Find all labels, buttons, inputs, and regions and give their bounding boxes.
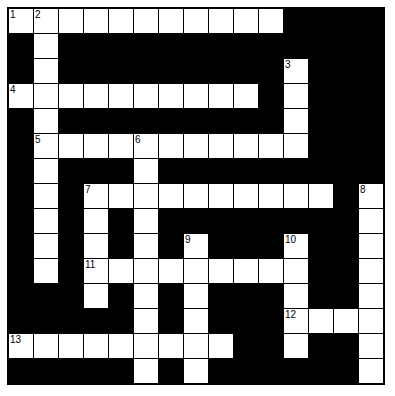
blocked-cell-r13c12	[309, 334, 333, 358]
clue-number-8: 8	[360, 184, 366, 195]
clue-number-12: 12	[285, 309, 296, 320]
blocked-cell-r14c13	[334, 359, 358, 383]
blocked-cell-r12c8	[209, 309, 233, 333]
clue-number-6: 6	[135, 134, 141, 145]
blocked-cell-r8c10	[259, 209, 283, 233]
crossword-cell-r0c3[interactable]	[84, 9, 108, 33]
blocked-cell-r11c1	[34, 284, 58, 308]
blocked-cell-r12c10	[259, 309, 283, 333]
crossword-cell-r12c13[interactable]	[334, 309, 358, 333]
crossword-cell-r9c7[interactable]: 9	[184, 234, 208, 258]
crossword-cell-r7c10[interactable]	[259, 184, 283, 208]
blocked-cell-r8c11	[284, 209, 308, 233]
blocked-cell-r1c3	[84, 34, 108, 58]
clue-number-3: 3	[285, 59, 291, 70]
crossword-cell-r9c14[interactable]	[359, 234, 383, 258]
crossword-cell-r13c7[interactable]	[184, 334, 208, 358]
blocked-cell-r2c4	[109, 59, 133, 83]
blocked-cell-r14c12	[309, 359, 333, 383]
blocked-cell-r11c4	[109, 284, 133, 308]
blocked-cell-r12c3	[84, 309, 108, 333]
blocked-cell-r4c10	[259, 109, 283, 133]
blocked-cell-r1c13	[334, 34, 358, 58]
blocked-cell-r4c7	[184, 109, 208, 133]
crossword-cell-r12c12[interactable]	[309, 309, 333, 333]
blocked-cell-r11c2	[59, 284, 83, 308]
crossword-cell-r0c8[interactable]	[209, 9, 233, 33]
crossword-cell-r3c9[interactable]	[234, 84, 258, 108]
crossword-cell-r13c5[interactable]	[134, 334, 158, 358]
crossword-cell-r3c0[interactable]: 4	[9, 84, 33, 108]
crossword-cell-r12c5[interactable]	[134, 309, 158, 333]
clue-number-4: 4	[10, 84, 16, 95]
crossword-cell-r11c7[interactable]	[184, 284, 208, 308]
blocked-cell-r4c5	[134, 109, 158, 133]
blocked-cell-r4c2	[59, 109, 83, 133]
blocked-cell-r14c3	[84, 359, 108, 383]
blocked-cell-r11c10	[259, 284, 283, 308]
blocked-cell-r11c12	[309, 284, 333, 308]
blocked-cell-r4c9	[234, 109, 258, 133]
blocked-cell-r1c7	[184, 34, 208, 58]
blocked-cell-r14c4	[109, 359, 133, 383]
blocked-cell-r13c10	[259, 334, 283, 358]
crossword-cell-r5c5[interactable]: 6	[134, 134, 158, 158]
blocked-cell-r4c14	[359, 109, 383, 133]
blocked-cell-r7c13	[334, 184, 358, 208]
crossword-cell-r13c4[interactable]	[109, 334, 133, 358]
crossword-cell-r0c10[interactable]	[259, 9, 283, 33]
clue-number-1: 1	[10, 9, 16, 20]
crossword-cell-r11c14[interactable]	[359, 284, 383, 308]
crossword-cell-r12c7[interactable]	[184, 309, 208, 333]
blocked-cell-r5c0	[9, 134, 33, 158]
crossword-cell-r7c9[interactable]	[234, 184, 258, 208]
crossword-cell-r8c5[interactable]	[134, 209, 158, 233]
clue-number-7: 7	[85, 184, 91, 195]
crossword-cell-r10c5[interactable]	[134, 259, 158, 283]
blocked-cell-r1c6	[159, 34, 183, 58]
blocked-cell-r6c6	[159, 159, 183, 183]
crossword-cell-r8c14[interactable]	[359, 209, 383, 233]
blocked-cell-r10c0	[9, 259, 33, 283]
blocked-cell-r14c1	[34, 359, 58, 383]
blocked-cell-r12c1	[34, 309, 58, 333]
crossword-cell-r10c9[interactable]	[234, 259, 258, 283]
blocked-cell-r6c9	[234, 159, 258, 183]
crossword-cell-r14c5[interactable]	[134, 359, 158, 383]
blocked-cell-r6c14	[359, 159, 383, 183]
crossword-cell-r13c1[interactable]	[34, 334, 58, 358]
blocked-cell-r1c8	[209, 34, 233, 58]
blocked-cell-r14c2	[59, 359, 83, 383]
blocked-cell-r9c10	[259, 234, 283, 258]
blocked-cell-r8c9	[234, 209, 258, 233]
crossword-cell-r5c8[interactable]	[209, 134, 233, 158]
blocked-cell-r1c12	[309, 34, 333, 58]
crossword-cell-r8c3[interactable]	[84, 209, 108, 233]
blocked-cell-r8c0	[9, 209, 33, 233]
blocked-cell-r6c13	[334, 159, 358, 183]
blocked-cell-r14c11	[284, 359, 308, 383]
clue-number-9: 9	[185, 234, 191, 245]
blocked-cell-r1c5	[134, 34, 158, 58]
blocked-cell-r1c2	[59, 34, 83, 58]
crossword-cell-r4c1[interactable]	[34, 109, 58, 133]
crossword-cell-r5c7[interactable]	[184, 134, 208, 158]
blocked-cell-r1c9	[234, 34, 258, 58]
crossword-cell-r5c1[interactable]: 5	[34, 134, 58, 158]
blocked-cell-r6c12	[309, 159, 333, 183]
crossword-cell-r0c1[interactable]: 2	[34, 9, 58, 33]
crossword-cell-r7c8[interactable]	[209, 184, 233, 208]
crossword-cell-r10c10[interactable]	[259, 259, 283, 283]
crossword-cell-r11c3[interactable]	[84, 284, 108, 308]
crossword-cell-r5c4[interactable]	[109, 134, 133, 158]
crossword-board: 12345678910111213	[7, 7, 385, 385]
blocked-cell-r4c3	[84, 109, 108, 133]
crossword-cell-r14c7[interactable]	[184, 359, 208, 383]
blocked-cell-r11c6	[159, 284, 183, 308]
crossword-cell-r10c1[interactable]	[34, 259, 58, 283]
blocked-cell-r8c6	[159, 209, 183, 233]
crossword-cell-r7c5[interactable]	[134, 184, 158, 208]
blocked-cell-r1c4	[109, 34, 133, 58]
crossword-cell-r10c11[interactable]	[284, 259, 308, 283]
blocked-cell-r5c14	[359, 134, 383, 158]
crossword-cell-r9c3[interactable]	[84, 234, 108, 258]
crossword-cell-r7c6[interactable]	[159, 184, 183, 208]
blocked-cell-r11c8	[209, 284, 233, 308]
blocked-cell-r6c11	[284, 159, 308, 183]
blocked-cell-r10c12	[309, 259, 333, 283]
blocked-cell-r2c9	[234, 59, 258, 83]
crossword-cell-r7c7[interactable]	[184, 184, 208, 208]
blocked-cell-r2c13	[334, 59, 358, 83]
blocked-cell-r4c4	[109, 109, 133, 133]
crossword-cell-r0c7[interactable]	[184, 9, 208, 33]
crossword-cell-r3c8[interactable]	[209, 84, 233, 108]
crossword-cell-r4c11[interactable]	[284, 109, 308, 133]
blocked-cell-r4c6	[159, 109, 183, 133]
crossword-cell-r7c3[interactable]: 7	[84, 184, 108, 208]
blocked-cell-r9c13	[334, 234, 358, 258]
crossword-cell-r10c7[interactable]	[184, 259, 208, 283]
clue-number-13: 13	[10, 334, 21, 345]
crossword-cell-r3c1[interactable]	[34, 84, 58, 108]
blocked-cell-r11c13	[334, 284, 358, 308]
crossword-cell-r7c12[interactable]	[309, 184, 333, 208]
blocked-cell-r2c6	[159, 59, 183, 83]
crossword-cell-r0c2[interactable]	[59, 9, 83, 33]
blocked-cell-r2c7	[184, 59, 208, 83]
crossword-cell-r0c5[interactable]	[134, 9, 158, 33]
blocked-cell-r7c2	[59, 184, 83, 208]
blocked-cell-r4c12	[309, 109, 333, 133]
crossword-cell-r11c11[interactable]	[284, 284, 308, 308]
blocked-cell-r8c2	[59, 209, 83, 233]
crossword-cell-r6c1[interactable]	[34, 159, 58, 183]
blocked-cell-r3c14	[359, 84, 383, 108]
crossword-cell-r0c0[interactable]: 1	[9, 9, 33, 33]
blocked-cell-r2c14	[359, 59, 383, 83]
crossword-cell-r10c14[interactable]	[359, 259, 383, 283]
blocked-cell-r4c8	[209, 109, 233, 133]
blocked-cell-r4c0	[9, 109, 33, 133]
blocked-cell-r6c2	[59, 159, 83, 183]
blocked-cell-r0c14	[359, 9, 383, 33]
crossword-cell-r3c2[interactable]	[59, 84, 83, 108]
blocked-cell-r8c12	[309, 209, 333, 233]
crossword-cell-r5c2[interactable]	[59, 134, 83, 158]
crossword-cell-r13c11[interactable]	[284, 334, 308, 358]
blocked-cell-r1c11	[284, 34, 308, 58]
crossword-cell-r5c11[interactable]	[284, 134, 308, 158]
crossword-cell-r13c2[interactable]	[59, 334, 83, 358]
blocked-cell-r3c10	[259, 84, 283, 108]
blocked-cell-r4c13	[334, 109, 358, 133]
crossword-cell-r0c6[interactable]	[159, 9, 183, 33]
blocked-cell-r0c12	[309, 9, 333, 33]
crossword-cell-r14c14[interactable]	[359, 359, 383, 383]
crossword-cell-r0c9[interactable]	[234, 9, 258, 33]
crossword-cell-r13c8[interactable]	[209, 334, 233, 358]
blocked-cell-r0c13	[334, 9, 358, 33]
crossword-cell-r9c11[interactable]: 10	[284, 234, 308, 258]
blocked-cell-r14c9	[234, 359, 258, 383]
blocked-cell-r6c0	[9, 159, 33, 183]
crossword-cell-r13c0[interactable]: 13	[9, 334, 33, 358]
crossword-cell-r2c11[interactable]: 3	[284, 59, 308, 83]
blocked-cell-r3c13	[334, 84, 358, 108]
crossword-cell-r9c1[interactable]	[34, 234, 58, 258]
crossword-cell-r3c6[interactable]	[159, 84, 183, 108]
crossword-cell-r7c4[interactable]	[109, 184, 133, 208]
blocked-cell-r12c0	[9, 309, 33, 333]
blocked-cell-r2c3	[84, 59, 108, 83]
crossword-cell-r2c1[interactable]	[34, 59, 58, 83]
blocked-cell-r8c13	[334, 209, 358, 233]
blocked-cell-r2c5	[134, 59, 158, 83]
crossword-cell-r12c14[interactable]	[359, 309, 383, 333]
blocked-cell-r9c0	[9, 234, 33, 258]
crossword-cell-r8c1[interactable]	[34, 209, 58, 233]
crossword-cell-r10c6[interactable]	[159, 259, 183, 283]
blocked-cell-r0c11	[284, 9, 308, 33]
blocked-cell-r2c2	[59, 59, 83, 83]
crossword-cell-r3c11[interactable]	[284, 84, 308, 108]
clue-number-10: 10	[285, 234, 296, 245]
blocked-cell-r9c6	[159, 234, 183, 258]
blocked-cell-r3c12	[309, 84, 333, 108]
blocked-cell-r6c8	[209, 159, 233, 183]
crossword-cell-r5c3[interactable]	[84, 134, 108, 158]
blocked-cell-r9c4	[109, 234, 133, 258]
clue-number-11: 11	[85, 259, 95, 270]
blocked-cell-r11c9	[234, 284, 258, 308]
blocked-cell-r6c4	[109, 159, 133, 183]
crossword-cell-r10c8[interactable]	[209, 259, 233, 283]
crossword-cell-r1c1[interactable]	[34, 34, 58, 58]
crossword-cell-r5c9[interactable]	[234, 134, 258, 158]
crossword-cell-r0c4[interactable]	[109, 9, 133, 33]
clue-number-2: 2	[35, 9, 41, 20]
blocked-cell-r5c12	[309, 134, 333, 158]
blocked-cell-r12c6	[159, 309, 183, 333]
blocked-cell-r1c0	[9, 34, 33, 58]
crossword-cell-r10c4[interactable]	[109, 259, 133, 283]
crossword-cell-r3c3[interactable]	[84, 84, 108, 108]
crossword-cell-r9c5[interactable]	[134, 234, 158, 258]
blocked-cell-r13c13	[334, 334, 358, 358]
crossword-cell-r5c10[interactable]	[259, 134, 283, 158]
blocked-cell-r2c10	[259, 59, 283, 83]
blocked-cell-r8c4	[109, 209, 133, 233]
crossword-cell-r6c5[interactable]	[134, 159, 158, 183]
blocked-cell-r12c2	[59, 309, 83, 333]
blocked-cell-r5c13	[334, 134, 358, 158]
blocked-cell-r6c3	[84, 159, 108, 183]
blocked-cell-r2c0	[9, 59, 33, 83]
blocked-cell-r12c4	[109, 309, 133, 333]
blocked-cell-r6c7	[184, 159, 208, 183]
blocked-cell-r9c9	[234, 234, 258, 258]
blocked-cell-r12c9	[234, 309, 258, 333]
blocked-cell-r6c10	[259, 159, 283, 183]
blocked-cell-r2c12	[309, 59, 333, 83]
crossword-cell-r3c7[interactable]	[184, 84, 208, 108]
blocked-cell-r13c9	[234, 334, 258, 358]
crossword-cell-r7c11[interactable]	[284, 184, 308, 208]
blocked-cell-r14c10	[259, 359, 283, 383]
blocked-cell-r8c7	[184, 209, 208, 233]
crossword-cell-r12c11[interactable]: 12	[284, 309, 308, 333]
blocked-cell-r9c2	[59, 234, 83, 258]
blocked-cell-r8c8	[209, 209, 233, 233]
blocked-cell-r9c8	[209, 234, 233, 258]
blocked-cell-r11c0	[9, 284, 33, 308]
blocked-cell-r1c10	[259, 34, 283, 58]
crossword-cell-r13c6[interactable]	[159, 334, 183, 358]
crossword-cell-r3c4[interactable]	[109, 84, 133, 108]
blocked-cell-r10c13	[334, 259, 358, 283]
blocked-cell-r7c0	[9, 184, 33, 208]
crossword-cell-r13c14[interactable]	[359, 334, 383, 358]
crossword-cell-r7c1[interactable]	[34, 184, 58, 208]
crossword-cell-r5c6[interactable]	[159, 134, 183, 158]
crossword-cell-r11c5[interactable]	[134, 284, 158, 308]
blocked-cell-r2c8	[209, 59, 233, 83]
crossword-cell-r3c5[interactable]	[134, 84, 158, 108]
blocked-cell-r9c12	[309, 234, 333, 258]
crossword-cell-r7c14[interactable]: 8	[359, 184, 383, 208]
crossword-cell-r13c3[interactable]	[84, 334, 108, 358]
blocked-cell-r14c0	[9, 359, 33, 383]
blocked-cell-r14c6	[159, 359, 183, 383]
clue-number-5: 5	[35, 134, 41, 145]
blocked-cell-r14c8	[209, 359, 233, 383]
blocked-cell-r1c14	[359, 34, 383, 58]
crossword-cell-r10c3[interactable]: 11	[84, 259, 108, 283]
blocked-cell-r10c2	[59, 259, 83, 283]
